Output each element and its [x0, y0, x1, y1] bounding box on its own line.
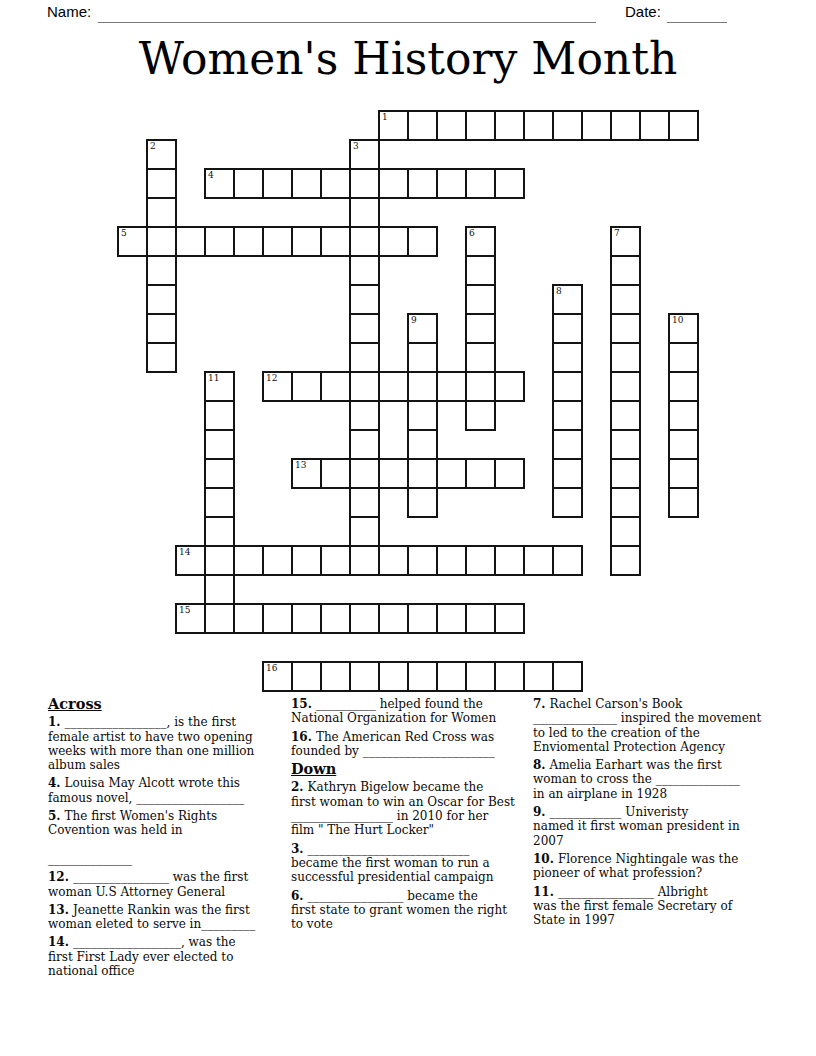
- grid-cell[interactable]: [349, 255, 380, 286]
- clue-number-label: 11.: [533, 885, 554, 899]
- grid-cell[interactable]: [552, 400, 583, 431]
- grid-cell[interactable]: [262, 168, 293, 199]
- cell-number: 14: [179, 547, 190, 557]
- grid-cell[interactable]: [668, 342, 699, 373]
- grid-cell[interactable]: [465, 284, 496, 315]
- cell-number: 12: [266, 373, 277, 383]
- grid-cell[interactable]: [349, 197, 380, 228]
- grid-cell[interactable]: [552, 429, 583, 460]
- grid-cell[interactable]: [320, 661, 351, 692]
- grid-cell[interactable]: [349, 284, 380, 315]
- grid-cell[interactable]: [465, 545, 496, 576]
- cell-number: 11: [208, 373, 219, 383]
- grid-cell[interactable]: 12: [262, 371, 293, 402]
- grid-cell[interactable]: [668, 429, 699, 460]
- clue-text: Rachel Carson's Book ______________ insp…: [533, 697, 761, 754]
- grid-cell[interactable]: 16: [262, 661, 293, 692]
- grid-cell[interactable]: [552, 661, 583, 692]
- grid-cell[interactable]: [436, 110, 467, 141]
- clue-column-right: 7.Rachel Carson's Book ______________ in…: [533, 697, 773, 931]
- grid-cell[interactable]: [291, 545, 322, 576]
- grid-cell[interactable]: [378, 603, 409, 634]
- cell-number: 13: [295, 460, 306, 470]
- grid-cell[interactable]: [610, 516, 641, 547]
- cell-number: 3: [353, 141, 359, 151]
- clue-number-label: 7.: [533, 697, 546, 711]
- grid-cell[interactable]: [465, 400, 496, 431]
- date-label: Date:: [625, 3, 661, 20]
- across-section-header: Across: [48, 697, 288, 711]
- grid-cell[interactable]: [610, 284, 641, 315]
- grid-cell[interactable]: [378, 226, 409, 257]
- page-title: Women's History Month: [0, 33, 816, 85]
- grid-cell[interactable]: [378, 168, 409, 199]
- clue-number-label: 5.: [48, 809, 61, 823]
- grid-cell[interactable]: [523, 661, 554, 692]
- grid-cell[interactable]: [610, 400, 641, 431]
- grid-cell[interactable]: [465, 110, 496, 141]
- grid-cell[interactable]: [465, 313, 496, 344]
- grid-cell[interactable]: [233, 603, 264, 634]
- grid-cell[interactable]: [494, 168, 525, 199]
- grid-cell[interactable]: [233, 545, 264, 576]
- grid-cell[interactable]: [204, 545, 235, 576]
- grid-cell[interactable]: 3: [349, 139, 380, 170]
- grid-cell[interactable]: [494, 458, 525, 489]
- grid-cell[interactable]: [349, 226, 380, 257]
- grid-cell[interactable]: [465, 458, 496, 489]
- grid-cell[interactable]: 15: [175, 603, 206, 634]
- clue-3: 3.___________________________ became the…: [291, 842, 531, 885]
- grid-cell[interactable]: [204, 226, 235, 257]
- grid-cell[interactable]: [262, 545, 293, 576]
- grid-cell[interactable]: [552, 487, 583, 518]
- grid-cell[interactable]: [465, 168, 496, 199]
- grid-cell[interactable]: [291, 603, 322, 634]
- grid-cell[interactable]: [610, 487, 641, 518]
- grid-cell[interactable]: [465, 603, 496, 634]
- grid-cell[interactable]: 4: [204, 168, 235, 199]
- grid-cell[interactable]: [204, 603, 235, 634]
- clue-12: 12.________________ was the first woman …: [48, 870, 288, 899]
- grid-cell[interactable]: 9: [407, 313, 438, 344]
- grid-cell[interactable]: 1: [378, 110, 409, 141]
- name-label: Name:: [47, 3, 91, 20]
- clue-text: __________________, was the first First …: [48, 935, 236, 978]
- grid-cell[interactable]: [349, 371, 380, 402]
- grid-cell[interactable]: [204, 516, 235, 547]
- grid-cell[interactable]: [407, 168, 438, 199]
- clue-number-label: 14.: [48, 935, 69, 949]
- date-input-line[interactable]: [667, 4, 727, 23]
- grid-cell[interactable]: [610, 255, 641, 286]
- grid-cell[interactable]: [552, 371, 583, 402]
- grid-cell[interactable]: [233, 168, 264, 199]
- grid-cell[interactable]: [407, 603, 438, 634]
- grid-cell[interactable]: [262, 226, 293, 257]
- grid-cell[interactable]: [494, 110, 525, 141]
- grid-cell[interactable]: [146, 226, 177, 257]
- grid-cell[interactable]: [552, 313, 583, 344]
- grid-cell[interactable]: [146, 255, 177, 286]
- clue-16: 16.The American Red Cross was founded by…: [291, 730, 531, 759]
- grid-cell[interactable]: [146, 342, 177, 373]
- clue-number-label: 12.: [48, 870, 69, 884]
- grid-cell[interactable]: 6: [465, 226, 496, 257]
- grid-cell[interactable]: 2: [146, 139, 177, 170]
- grid-cell[interactable]: [378, 458, 409, 489]
- name-input-line[interactable]: [98, 4, 596, 23]
- grid-cell[interactable]: [204, 487, 235, 518]
- grid-cell[interactable]: [320, 168, 351, 199]
- grid-cell[interactable]: 5: [117, 226, 148, 257]
- down-section-header: Down: [291, 762, 531, 776]
- grid-cell[interactable]: [465, 255, 496, 286]
- grid-cell[interactable]: [465, 661, 496, 692]
- cell-number: 8: [556, 286, 562, 296]
- grid-cell[interactable]: [407, 342, 438, 373]
- grid-cell[interactable]: [204, 400, 235, 431]
- grid-cell[interactable]: [436, 603, 467, 634]
- cell-number: 9: [411, 315, 417, 325]
- clue-number-label: 8.: [533, 758, 546, 772]
- grid-cell[interactable]: [407, 661, 438, 692]
- grid-cell[interactable]: [204, 429, 235, 460]
- grid-cell[interactable]: [436, 168, 467, 199]
- grid-cell[interactable]: [407, 545, 438, 576]
- clue-4: 4.Louisa May Alcott wrote this famous no…: [48, 776, 288, 805]
- grid-cell[interactable]: [407, 400, 438, 431]
- grid-cell[interactable]: [146, 168, 177, 199]
- grid-cell[interactable]: [349, 516, 380, 547]
- grid-cell[interactable]: [581, 110, 612, 141]
- clue-text: ________________ was the first woman U.S…: [48, 870, 248, 898]
- grid-cell[interactable]: [610, 429, 641, 460]
- clue-text: ___________________________ became the f…: [291, 842, 493, 885]
- cell-number: 15: [179, 605, 190, 615]
- grid-cell[interactable]: [610, 545, 641, 576]
- grid-cell[interactable]: [407, 429, 438, 460]
- grid-cell[interactable]: [668, 487, 699, 518]
- grid-cell[interactable]: [233, 226, 264, 257]
- clue-number-label: 1.: [48, 715, 61, 729]
- grid-cell[interactable]: [552, 110, 583, 141]
- grid-cell[interactable]: [349, 661, 380, 692]
- clue-14: 14.__________________, was the first Fir…: [48, 935, 288, 978]
- clue-number-label: 15.: [291, 697, 312, 711]
- grid-cell[interactable]: [204, 574, 235, 605]
- grid-cell[interactable]: 14: [175, 545, 206, 576]
- clue-13: 13.Jeanette Rankin was the first woman e…: [48, 903, 288, 932]
- grid-cell[interactable]: [262, 603, 293, 634]
- clue-number-label: 10.: [533, 852, 554, 866]
- clue-text: Kathryn Bigelow became the first woman t…: [291, 780, 515, 837]
- clue-text: ________________ became the first state …: [291, 889, 507, 932]
- cell-number: 4: [208, 170, 214, 180]
- grid-cell[interactable]: [291, 168, 322, 199]
- grid-cell[interactable]: [291, 661, 322, 692]
- grid-cell[interactable]: 11: [204, 371, 235, 402]
- grid-cell[interactable]: [320, 603, 351, 634]
- clue-15: 15.__________ helped found the National …: [291, 697, 531, 726]
- grid-cell[interactable]: [436, 545, 467, 576]
- grid-cell[interactable]: 13: [291, 458, 322, 489]
- grid-cell[interactable]: [610, 458, 641, 489]
- grid-cell[interactable]: [610, 342, 641, 373]
- grid-cell[interactable]: [407, 226, 438, 257]
- grid-cell[interactable]: [320, 226, 351, 257]
- grid-cell[interactable]: [146, 284, 177, 315]
- grid-cell[interactable]: [378, 371, 409, 402]
- clue-text: ________________ Albright was the first …: [533, 885, 732, 928]
- grid-cell[interactable]: [436, 458, 467, 489]
- grid-cell[interactable]: [610, 313, 641, 344]
- grid-cell[interactable]: [494, 661, 525, 692]
- cell-number: 10: [672, 315, 683, 325]
- grid-cell[interactable]: [349, 400, 380, 431]
- cell-number: 2: [150, 141, 156, 151]
- grid-cell[interactable]: [349, 168, 380, 199]
- clue-10: 10.Florence Nightingale was the pioneer …: [533, 852, 773, 881]
- grid-cell[interactable]: [668, 110, 699, 141]
- clue-number-label: 13.: [48, 903, 69, 917]
- clue-column-middle: 15.__________ helped found the National …: [291, 697, 531, 935]
- grid-cell[interactable]: [291, 371, 322, 402]
- grid-cell[interactable]: [465, 342, 496, 373]
- grid-cell[interactable]: [349, 603, 380, 634]
- grid-cell[interactable]: [407, 110, 438, 141]
- clue-number-label: 3.: [291, 842, 304, 856]
- grid-cell[interactable]: [465, 371, 496, 402]
- grid-cell[interactable]: [436, 371, 467, 402]
- clue-number-label: 2.: [291, 780, 304, 794]
- grid-cell[interactable]: [523, 545, 554, 576]
- grid-cell[interactable]: [494, 545, 525, 576]
- clue-text: Amelia Earhart was the first woman to cr…: [533, 758, 740, 801]
- grid-cell[interactable]: [407, 371, 438, 402]
- clue-text: Florence Nightingale was the pioneer of …: [533, 852, 738, 880]
- clue-9: 9.____________ Univeristy named it first…: [533, 805, 773, 848]
- grid-cell[interactable]: [552, 458, 583, 489]
- clue-text: The first Women's Rights Covention was h…: [48, 809, 217, 866]
- grid-cell[interactable]: [146, 197, 177, 228]
- cell-number: 7: [614, 228, 620, 238]
- clue-number-label: 9.: [533, 805, 546, 819]
- clue-number-label: 6.: [291, 889, 304, 903]
- grid-cell[interactable]: [349, 458, 380, 489]
- grid-cell[interactable]: [639, 110, 670, 141]
- grid-cell[interactable]: [494, 603, 525, 634]
- clue-11: 11.________________ Albright was the fir…: [533, 885, 773, 928]
- clue-number-label: 4.: [48, 776, 61, 790]
- grid-cell[interactable]: [349, 487, 380, 518]
- clue-text: ____________ Univeristy named it first w…: [533, 805, 740, 848]
- crossword-grid: 12345678910111213141516: [118, 111, 700, 693]
- grid-cell[interactable]: [668, 371, 699, 402]
- grid-cell[interactable]: [320, 458, 351, 489]
- grid-cell[interactable]: [668, 458, 699, 489]
- grid-cell[interactable]: [349, 545, 380, 576]
- clue-text: _________________, is the first female a…: [48, 715, 254, 772]
- clue-text: Louisa May Alcott wrote this famous nove…: [48, 776, 244, 804]
- cell-number: 5: [121, 228, 127, 238]
- grid-cell[interactable]: [407, 458, 438, 489]
- cell-number: 1: [382, 112, 388, 122]
- clue-column-left: Across1._________________, is the first …: [48, 697, 288, 982]
- grid-cell[interactable]: [552, 545, 583, 576]
- grid-cell[interactable]: [320, 371, 351, 402]
- grid-cell[interactable]: [349, 313, 380, 344]
- clue-2: 2.Kathryn Bigelow became the first woman…: [291, 780, 531, 837]
- clue-text: Jeanette Rankin was the first woman elet…: [48, 903, 255, 931]
- clue-5: 5.The first Women's Rights Covention was…: [48, 809, 288, 866]
- grid-cell[interactable]: 10: [668, 313, 699, 344]
- grid-cell[interactable]: [175, 226, 206, 257]
- grid-cell[interactable]: [349, 429, 380, 460]
- grid-cell[interactable]: [349, 342, 380, 373]
- clue-number-label: 16.: [291, 730, 312, 744]
- clue-text: The American Red Cross was founded by __…: [291, 730, 495, 758]
- grid-cell[interactable]: [407, 487, 438, 518]
- grid-cell[interactable]: [146, 313, 177, 344]
- grid-cell[interactable]: [320, 545, 351, 576]
- grid-cell[interactable]: [204, 458, 235, 489]
- grid-cell[interactable]: [436, 661, 467, 692]
- grid-cell[interactable]: [378, 661, 409, 692]
- grid-cell[interactable]: [610, 110, 641, 141]
- grid-cell[interactable]: [494, 371, 525, 402]
- cell-number: 6: [469, 228, 475, 238]
- grid-cell[interactable]: [378, 545, 409, 576]
- grid-cell[interactable]: [610, 371, 641, 402]
- grid-cell[interactable]: [523, 110, 554, 141]
- clue-6: 6.________________ became the first stat…: [291, 889, 531, 932]
- grid-cell[interactable]: [552, 342, 583, 373]
- grid-cell[interactable]: 7: [610, 226, 641, 257]
- grid-cell[interactable]: [291, 226, 322, 257]
- grid-cell[interactable]: [668, 400, 699, 431]
- clue-1: 1._________________, is the first female…: [48, 715, 288, 772]
- clue-text: __________ helped found the National Org…: [291, 697, 496, 725]
- cell-number: 16: [266, 663, 277, 673]
- clue-8: 8.Amelia Earhart was the first woman to …: [533, 758, 773, 801]
- clue-7: 7.Rachel Carson's Book ______________ in…: [533, 697, 773, 754]
- grid-cell[interactable]: 8: [552, 284, 583, 315]
